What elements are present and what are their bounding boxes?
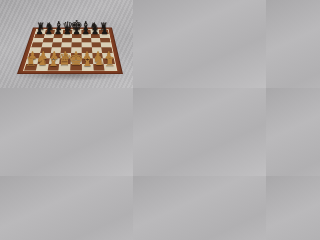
piece-black-pawn-b7[interactable]: ♟ xyxy=(44,27,53,36)
piece-white-rook-h1[interactable]: ♜ xyxy=(104,56,117,69)
piece-black-pawn-c7[interactable]: ♟ xyxy=(54,27,63,36)
scene: ♜♞♝♛♚♝♞♜♟♟♟♟♟♟♟♟♟♟♟♟♟♟♟♟♜♞♝♛♚♝♞♜ xyxy=(0,0,133,88)
piece-black-pawn-g7[interactable]: ♟ xyxy=(91,27,100,36)
piece-black-pawn-h7[interactable]: ♟ xyxy=(100,27,109,36)
piece-black-pawn-d7[interactable]: ♟ xyxy=(63,27,72,36)
piece-black-pawn-e7[interactable]: ♟ xyxy=(72,27,81,36)
piece-black-pawn-f7[interactable]: ♟ xyxy=(81,27,90,36)
piece-black-pawn-a7[interactable]: ♟ xyxy=(35,27,44,36)
